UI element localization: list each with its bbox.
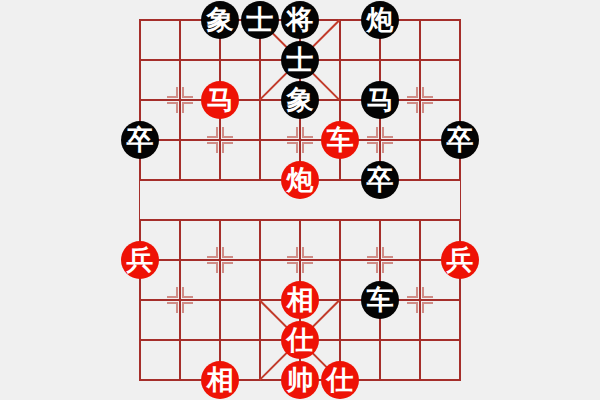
piece-glyph: 车	[367, 286, 394, 313]
piece-glyph: 兵	[447, 246, 474, 273]
piece-black-advisor[interactable]: 士	[281, 41, 319, 79]
grid-cell	[260, 220, 300, 260]
piece-glyph: 炮	[367, 6, 394, 33]
piece-glyph: 士	[287, 46, 314, 73]
piece-black-soldier[interactable]: 卒	[441, 121, 479, 159]
piece-black-elephant[interactable]: 象	[281, 81, 319, 119]
piece-red-general[interactable]: 帅	[281, 361, 319, 399]
piece-red-cannon[interactable]: 炮	[281, 161, 319, 199]
grid-cell	[220, 260, 260, 300]
piece-red-soldier[interactable]: 兵	[121, 241, 159, 279]
grid-cell	[420, 60, 460, 100]
piece-black-horse[interactable]: 马	[361, 81, 399, 119]
piece-glyph: 仕	[327, 366, 354, 393]
grid-cell	[420, 300, 460, 340]
piece-black-soldier[interactable]: 卒	[121, 121, 159, 159]
piece-red-elephant[interactable]: 相	[281, 281, 319, 319]
grid-cell	[140, 300, 180, 340]
grid-cell	[300, 220, 340, 260]
piece-black-cannon[interactable]: 炮	[361, 1, 399, 39]
grid-cell	[140, 20, 180, 60]
piece-glyph: 卒	[447, 126, 474, 153]
grid-cell	[340, 220, 380, 260]
piece-glyph: 将	[287, 6, 314, 33]
piece-glyph: 象	[207, 6, 234, 33]
piece-glyph: 炮	[287, 166, 314, 193]
piece-glyph: 车	[327, 126, 354, 153]
grid-cell	[380, 220, 420, 260]
piece-glyph: 卒	[127, 126, 154, 153]
grid-cell	[380, 340, 420, 380]
grid-cell	[420, 340, 460, 380]
grid-cell	[180, 220, 220, 260]
piece-red-horse[interactable]: 马	[201, 81, 239, 119]
piece-red-elephant[interactable]: 相	[201, 361, 239, 399]
piece-glyph: 相	[287, 286, 314, 313]
piece-glyph: 士	[247, 6, 274, 33]
xiangqi-screenshot: 象士将炮士马象马卒车卒炮卒兵兵相车仕相帅仕	[0, 0, 600, 400]
grid-cell	[140, 60, 180, 100]
piece-glyph: 马	[367, 86, 394, 113]
piece-black-soldier[interactable]: 卒	[361, 161, 399, 199]
grid-cell	[180, 180, 220, 220]
piece-black-chariot[interactable]: 车	[361, 281, 399, 319]
grid-cell	[140, 180, 180, 220]
grid-cell	[220, 220, 260, 260]
piece-red-advisor[interactable]: 仕	[321, 361, 359, 399]
piece-glyph: 相	[207, 366, 234, 393]
piece-red-soldier[interactable]: 兵	[441, 241, 479, 279]
piece-glyph: 仕	[287, 326, 314, 353]
xiangqi-board: 象士将炮士马象马卒车卒炮卒兵兵相车仕相帅仕	[139, 19, 461, 381]
piece-glyph: 象	[287, 86, 314, 113]
grid-cell	[420, 20, 460, 60]
piece-red-chariot[interactable]: 车	[321, 121, 359, 159]
grid-cell	[180, 300, 220, 340]
grid-cell	[140, 340, 180, 380]
grid-cell	[220, 140, 260, 180]
grid-cell	[180, 260, 220, 300]
grid-cell	[220, 300, 260, 340]
piece-glyph: 帅	[287, 366, 314, 393]
grid-cell	[220, 180, 260, 220]
piece-red-advisor[interactable]: 仕	[281, 321, 319, 359]
piece-glyph: 马	[207, 86, 234, 113]
grid-cell	[180, 140, 220, 180]
piece-black-elephant[interactable]: 象	[201, 1, 239, 39]
grid-cell	[420, 180, 460, 220]
piece-black-advisor[interactable]: 士	[241, 1, 279, 39]
piece-black-general[interactable]: 将	[281, 1, 319, 39]
piece-glyph: 兵	[127, 246, 154, 273]
piece-glyph: 卒	[367, 166, 394, 193]
